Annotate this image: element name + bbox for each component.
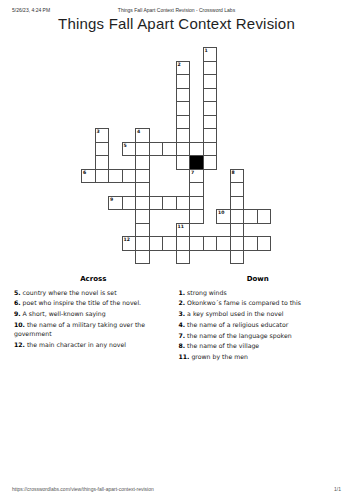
print-doc-title: Things Fall Apart Context Revision - Cro… xyxy=(0,7,353,13)
cell-number-8: 8 xyxy=(232,170,235,175)
grid-cell-r4c9[interactable] xyxy=(203,101,218,116)
grid-cell-r7c1[interactable] xyxy=(95,142,110,157)
cell-number-7: 7 xyxy=(191,170,194,175)
clue-text: poet who inspire the title of the novel. xyxy=(21,299,141,306)
clue-text: strong winds xyxy=(185,289,226,296)
grid-cell-r12c4[interactable] xyxy=(135,209,150,224)
grid-cell-r9c8[interactable]: 7 xyxy=(189,169,204,184)
print-page-number: 1/1 xyxy=(334,486,341,492)
grid-cell-r15c7[interactable] xyxy=(176,250,191,265)
grid-cell-r14c3[interactable]: 12 xyxy=(122,236,137,251)
across-clues-column: Across 5. country where the novel is set… xyxy=(12,275,177,363)
across-clue-list: 5. country where the novel is set6. poet… xyxy=(14,288,173,349)
clue-down-8: 8. the name of the village xyxy=(179,341,338,350)
down-header: Down xyxy=(179,275,338,283)
grid-cell-r11c2[interactable]: 9 xyxy=(108,196,123,211)
cell-number-9: 9 xyxy=(110,197,113,202)
grid-cell-r7c8[interactable] xyxy=(189,142,204,157)
grid-cell-r13c11[interactable] xyxy=(230,223,245,238)
grid-cell-r9c2[interactable] xyxy=(108,169,123,184)
clue-down-1: 1. strong winds xyxy=(179,288,338,297)
cell-number-2: 2 xyxy=(178,62,181,67)
grid-cell-r11c4[interactable] xyxy=(135,196,150,211)
grid-cell-r11c7[interactable] xyxy=(176,196,191,211)
cell-number-6: 6 xyxy=(83,170,86,175)
black-cell xyxy=(189,155,204,170)
clues-section: Across 5. country where the novel is set… xyxy=(12,275,341,363)
grid-cell-r14c11[interactable] xyxy=(230,236,245,251)
grid-cell-r7c6[interactable] xyxy=(162,142,177,157)
clue-text: Okonkwo´s fame is compared to this xyxy=(185,299,301,306)
grid-cell-r9c3[interactable] xyxy=(122,169,137,184)
grid-cell-r9c0[interactable]: 6 xyxy=(81,169,96,184)
grid-cell-r1c7[interactable]: 2 xyxy=(176,61,191,76)
grid-cell-r14c12[interactable] xyxy=(243,236,258,251)
cell-number-3: 3 xyxy=(97,129,100,134)
grid-cell-r13c7[interactable]: 11 xyxy=(176,223,191,238)
grid-cell-r4c7[interactable] xyxy=(176,101,191,116)
cell-number-5: 5 xyxy=(124,143,127,148)
grid-cell-r14c6[interactable] xyxy=(162,236,177,251)
clue-number-label: 6. xyxy=(14,299,21,306)
cell-number-4: 4 xyxy=(137,129,140,134)
crossword-grid: 123456789101112 xyxy=(81,47,272,265)
clue-across-12: 12. the main character in any novel xyxy=(14,340,173,349)
grid-cell-r15c11[interactable] xyxy=(230,250,245,265)
clue-text: the name of the language spoken xyxy=(185,332,291,339)
clue-number-label: 9. xyxy=(14,310,21,317)
cell-number-1: 1 xyxy=(205,48,208,53)
grid-cell-r14c8[interactable] xyxy=(189,236,204,251)
clue-number-label: 10. xyxy=(14,321,25,328)
clue-text: the name of a religious educator xyxy=(185,321,288,328)
grid-cell-r15c4[interactable] xyxy=(135,250,150,265)
grid-cell-r13c4[interactable] xyxy=(135,223,150,238)
grid-cell-r14c9[interactable] xyxy=(203,236,218,251)
across-header: Across xyxy=(14,275,173,283)
clue-down-4: 4. the name of a religious educator xyxy=(179,320,338,329)
grid-cell-r8c4[interactable] xyxy=(135,155,150,170)
clue-across-6: 6. poet who inspire the title of the nov… xyxy=(14,298,173,307)
grid-cell-r0c9[interactable]: 1 xyxy=(203,47,218,62)
grid-cell-r7c4[interactable] xyxy=(135,142,150,157)
grid-cell-r12c13[interactable] xyxy=(257,209,272,224)
grid-cell-r1c9[interactable] xyxy=(203,61,218,76)
grid-cell-r12c8[interactable] xyxy=(189,209,204,224)
grid-cell-r2c9[interactable] xyxy=(203,74,218,89)
grid-cell-r6c9[interactable] xyxy=(203,128,218,143)
grid-cell-r7c5[interactable] xyxy=(149,142,164,157)
clue-number-label: 5. xyxy=(14,289,21,296)
grid-cell-r2c7[interactable] xyxy=(176,74,191,89)
grid-cell-r10c11[interactable] xyxy=(230,182,245,197)
grid-cell-r14c7[interactable] xyxy=(176,236,191,251)
grid-cell-r7c9[interactable] xyxy=(203,142,218,157)
clue-across-9: 9. A short, well-known saying xyxy=(14,309,173,318)
grid-cell-r11c6[interactable] xyxy=(162,196,177,211)
cell-number-10: 10 xyxy=(218,210,224,215)
grid-cell-r11c5[interactable] xyxy=(149,196,164,211)
clue-text: the name of a military taking over the g… xyxy=(14,321,145,337)
clue-text: country where the novel is set xyxy=(21,289,117,296)
grid-cell-r9c1[interactable] xyxy=(95,169,110,184)
grid-cell-r11c11[interactable] xyxy=(230,196,245,211)
grid-cell-r6c4[interactable]: 4 xyxy=(135,128,150,143)
print-footer-url: https://crosswordlabs.com/view/things-fa… xyxy=(12,486,154,492)
grid-cell-r5c9[interactable] xyxy=(203,115,218,130)
clue-text: grown by the men xyxy=(189,353,247,360)
clue-text: A short, well-known saying xyxy=(21,310,106,317)
clue-text: the main character in any novel xyxy=(25,341,126,348)
clue-number-label: 11. xyxy=(179,353,190,360)
clue-text: a key symbol used in the novel xyxy=(185,310,283,317)
grid-cell-r6c1[interactable]: 3 xyxy=(95,128,110,143)
print-preview-page: 5/26/23, 4:24 PM Things Fall Apart Conte… xyxy=(0,0,353,500)
grid-cell-r14c5[interactable] xyxy=(149,236,164,251)
clue-across-5: 5. country where the novel is set xyxy=(14,288,173,297)
grid-cell-r3c7[interactable] xyxy=(176,88,191,103)
clue-down-7: 7. the name of the language spoken xyxy=(179,331,338,340)
grid-cell-r7c7[interactable] xyxy=(176,142,191,157)
grid-cell-r6c7[interactable] xyxy=(176,128,191,143)
grid-cell-r14c13[interactable] xyxy=(257,236,272,251)
clue-down-3: 3. a key symbol used in the novel xyxy=(179,309,338,318)
cell-number-12: 12 xyxy=(124,237,130,242)
grid-cell-r11c8[interactable] xyxy=(189,196,204,211)
grid-cell-r8c1[interactable] xyxy=(95,155,110,170)
grid-cell-r7c3[interactable]: 5 xyxy=(122,142,137,157)
clue-text: the name of the village xyxy=(185,342,259,349)
grid-cell-r5c7[interactable] xyxy=(176,115,191,130)
clue-number-label: 12. xyxy=(14,341,25,348)
down-clue-list: 1. strong winds2. Okonkwo´s fame is comp… xyxy=(179,288,338,362)
grid-cell-r3c9[interactable] xyxy=(203,88,218,103)
clue-down-11: 11. grown by the men xyxy=(179,352,338,361)
grid-cell-r10c8[interactable] xyxy=(189,182,204,197)
grid-cell-r9c11[interactable]: 8 xyxy=(230,169,245,184)
grid-cell-r8c7[interactable] xyxy=(176,155,191,170)
grid-cell-r9c4[interactable] xyxy=(135,169,150,184)
grid-cell-r12c12[interactable] xyxy=(243,209,258,224)
cell-number-11: 11 xyxy=(178,224,184,229)
grid-cell-r11c3[interactable] xyxy=(122,196,137,211)
down-clues-column: Down 1. strong winds2. Okonkwo´s fame is… xyxy=(177,275,342,363)
clue-down-2: 2. Okonkwo´s fame is compared to this xyxy=(179,298,338,307)
grid-cell-r8c9[interactable] xyxy=(203,155,218,170)
clue-across-10: 10. the name of a military taking over t… xyxy=(14,320,173,338)
grid-cell-r14c4[interactable] xyxy=(135,236,150,251)
grid-cell-r14c10[interactable] xyxy=(216,236,231,251)
page-title: Things Fall Apart Context Revision xyxy=(0,15,353,32)
grid-cell-r12c10[interactable]: 10 xyxy=(216,209,231,224)
grid-cell-r12c11[interactable] xyxy=(230,209,245,224)
grid-cell-r10c4[interactable] xyxy=(135,182,150,197)
